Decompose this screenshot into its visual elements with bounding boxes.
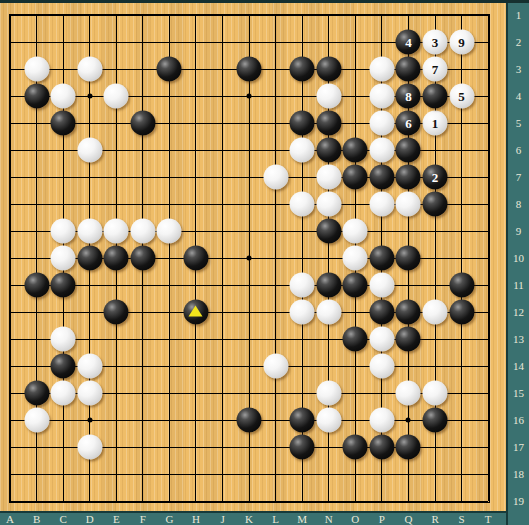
stone-black-K16[interactable] [237,408,262,433]
stone-black-P17[interactable] [369,435,394,460]
stone-white-Q15[interactable] [396,381,421,406]
row-label-15: 15 [508,387,529,399]
stone-white-P11[interactable] [369,273,394,298]
stone-white-P5[interactable] [369,111,394,136]
stone-white-B3[interactable] [24,57,49,82]
row-label-13: 13 [508,333,529,345]
stone-black-O17[interactable] [343,435,368,460]
stone-black-S12[interactable] [449,300,474,325]
stone-black-R8[interactable] [423,192,448,217]
move-number: 9 [458,36,465,49]
stone-black-C14[interactable] [51,354,76,379]
stone-black-P10[interactable] [369,246,394,271]
stone-black-N9[interactable] [316,219,341,244]
stone-black-S11[interactable] [449,273,474,298]
stone-white-R3[interactable]: 7 [423,57,448,82]
stone-black-Q17[interactable] [396,435,421,460]
column-label-P: P [379,513,385,525]
stone-black-Q13[interactable] [396,327,421,352]
stone-white-N12[interactable] [316,300,341,325]
move-number: 4 [405,36,412,49]
column-label-G: G [165,513,173,525]
move-number: 2 [432,171,439,184]
column-label-M: M [297,513,307,525]
row-label-3: 3 [508,63,529,75]
stone-black-R4[interactable] [423,84,448,109]
row-coordinate-strip: 12345678910111213141516171819 [506,0,529,525]
stone-black-Q7[interactable] [396,165,421,190]
stone-black-D10[interactable] [77,246,102,271]
column-label-Q: Q [405,513,413,525]
stone-white-R2[interactable]: 3 [423,30,448,55]
stone-black-N5[interactable] [316,111,341,136]
row-label-14: 14 [508,360,529,372]
stone-white-S2[interactable]: 9 [449,30,474,55]
stone-white-O10[interactable] [343,246,368,271]
column-label-T: T [485,513,492,525]
stone-white-R15[interactable] [423,381,448,406]
top-border [0,0,529,3]
column-label-D: D [86,513,94,525]
stone-white-P8[interactable] [369,192,394,217]
stone-white-C10[interactable] [51,246,76,271]
stone-black-P12[interactable] [369,300,394,325]
star-point [247,256,252,261]
column-label-N: N [325,513,333,525]
stone-black-B4[interactable] [24,84,49,109]
star-point [87,94,92,99]
row-label-18: 18 [508,468,529,480]
move-number: 5 [458,90,465,103]
stone-white-M6[interactable] [290,138,315,163]
stone-white-D9[interactable] [77,219,102,244]
stone-white-P16[interactable] [369,408,394,433]
move-number: 8 [405,90,412,103]
row-label-4: 4 [508,90,529,102]
row-label-16: 16 [508,414,529,426]
stone-black-Q12[interactable] [396,300,421,325]
stone-white-N16[interactable] [316,408,341,433]
stone-black-M17[interactable] [290,435,315,460]
move-number: 3 [432,36,439,49]
stone-white-R12[interactable] [423,300,448,325]
column-coordinate-strip: ABCDEFGHJKLMNOPQRST [0,511,529,525]
star-point [406,418,411,423]
stone-white-C9[interactable] [51,219,76,244]
row-label-2: 2 [508,36,529,48]
column-label-C: C [59,513,66,525]
stone-white-N4[interactable] [316,84,341,109]
stone-black-Q4[interactable]: 8 [396,84,421,109]
column-label-K: K [245,513,253,525]
stone-white-O9[interactable] [343,219,368,244]
stone-white-C4[interactable] [51,84,76,109]
stone-black-Q10[interactable] [396,246,421,271]
stone-black-B15[interactable] [24,381,49,406]
stone-black-B11[interactable] [24,273,49,298]
column-label-R: R [431,513,438,525]
column-label-H: H [192,513,200,525]
column-label-A: A [6,513,14,525]
stone-white-D6[interactable] [77,138,102,163]
column-label-S: S [459,513,465,525]
stone-black-E10[interactable] [104,246,129,271]
triangle-marker [189,306,203,317]
stone-black-N6[interactable] [316,138,341,163]
stone-white-P3[interactable] [369,57,394,82]
row-label-6: 6 [508,144,529,156]
stone-black-P7[interactable] [369,165,394,190]
stone-black-M5[interactable] [290,111,315,136]
row-label-9: 9 [508,225,529,237]
stone-white-D17[interactable] [77,435,102,460]
stone-white-M11[interactable] [290,273,315,298]
go-diagram-window: 123456789 12345678910111213141516171819 … [0,0,529,525]
stone-white-G9[interactable] [157,219,182,244]
stone-white-N15[interactable] [316,381,341,406]
stone-white-P14[interactable] [369,354,394,379]
stone-white-B16[interactable] [24,408,49,433]
stone-black-F5[interactable] [130,111,155,136]
stone-black-N3[interactable] [316,57,341,82]
stone-white-D14[interactable] [77,354,102,379]
stone-white-P13[interactable] [369,327,394,352]
stone-white-L7[interactable] [263,165,288,190]
stone-black-N11[interactable] [316,273,341,298]
stone-black-C5[interactable] [51,111,76,136]
row-label-10: 10 [508,252,529,264]
column-label-J: J [220,513,224,525]
stone-black-M3[interactable] [290,57,315,82]
column-label-F: F [140,513,146,525]
stone-white-P4[interactable] [369,84,394,109]
stone-black-Q6[interactable] [396,138,421,163]
stone-black-Q5[interactable]: 6 [396,111,421,136]
stone-black-H12[interactable] [183,300,208,325]
stone-white-P6[interactable] [369,138,394,163]
stone-white-C15[interactable] [51,381,76,406]
stone-white-R5[interactable]: 1 [423,111,448,136]
stone-white-N7[interactable] [316,165,341,190]
stone-white-E4[interactable] [104,84,129,109]
stone-black-E12[interactable] [104,300,129,325]
stone-white-M8[interactable] [290,192,315,217]
stone-white-N8[interactable] [316,192,341,217]
row-label-5: 5 [508,117,529,129]
stone-white-D3[interactable] [77,57,102,82]
stone-white-F9[interactable] [130,219,155,244]
stone-black-G3[interactable] [157,57,182,82]
move-number: 7 [432,63,439,76]
stone-white-E9[interactable] [104,219,129,244]
stone-white-S4[interactable]: 5 [449,84,474,109]
row-label-7: 7 [508,171,529,183]
row-label-17: 17 [508,441,529,453]
stone-white-D15[interactable] [77,381,102,406]
stone-black-O7[interactable] [343,165,368,190]
column-label-E: E [113,513,120,525]
stone-black-R16[interactable] [423,408,448,433]
stone-white-Q8[interactable] [396,192,421,217]
column-label-L: L [272,513,279,525]
column-label-O: O [351,513,359,525]
column-label-B: B [33,513,40,525]
row-label-11: 11 [508,279,529,291]
move-number: 6 [405,117,412,130]
row-label-1: 1 [508,9,529,21]
row-label-12: 12 [508,306,529,318]
row-label-19: 19 [508,495,529,507]
stone-black-R7[interactable]: 2 [423,165,448,190]
stone-black-H10[interactable] [183,246,208,271]
stone-black-O11[interactable] [343,273,368,298]
star-point [247,94,252,99]
stone-black-Q2[interactable]: 4 [396,30,421,55]
stone-white-M12[interactable] [290,300,315,325]
stone-black-C11[interactable] [51,273,76,298]
stone-black-F10[interactable] [130,246,155,271]
move-number: 1 [432,117,439,130]
stone-black-O13[interactable] [343,327,368,352]
row-label-8: 8 [508,198,529,210]
stone-black-O6[interactable] [343,138,368,163]
stone-black-Q3[interactable] [396,57,421,82]
stone-white-C13[interactable] [51,327,76,352]
stone-black-M16[interactable] [290,408,315,433]
star-point [87,418,92,423]
stone-black-K3[interactable] [237,57,262,82]
stone-white-L14[interactable] [263,354,288,379]
